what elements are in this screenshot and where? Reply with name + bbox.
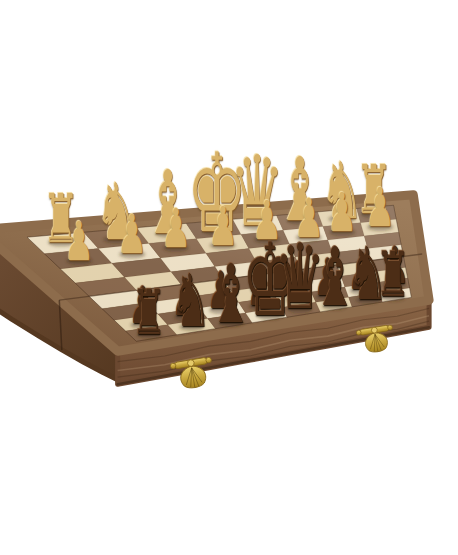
- piece-shadow: [382, 281, 407, 289]
- piece-shadow: [204, 228, 231, 236]
- piece-shadow: [174, 313, 199, 321]
- piece-shadow: [296, 234, 322, 242]
- piece-shadow: [355, 296, 380, 304]
- piece-shadow: [48, 239, 75, 247]
- piece-shadow: [349, 287, 374, 295]
- piece-shadow: [137, 331, 162, 339]
- piece-shadow: [244, 222, 271, 230]
- piece-shadow: [209, 306, 234, 314]
- piece-shadow: [130, 321, 155, 329]
- piece-shadow: [219, 319, 244, 327]
- piece-shadow: [119, 250, 145, 258]
- piece-shadow: [209, 242, 235, 250]
- piece-shadow: [257, 312, 282, 320]
- piece-shadow: [328, 215, 355, 223]
- piece-shadow: [66, 257, 92, 265]
- piece-shadow: [315, 293, 340, 301]
- piece-shadow: [361, 210, 388, 218]
- piece-shadow: [103, 236, 130, 244]
- piece-shadow: [179, 323, 204, 331]
- chess-board: [0, 0, 458, 555]
- piece-shadow: [322, 302, 347, 310]
- piece-shadow: [286, 296, 311, 304]
- piece-shadow: [287, 217, 314, 225]
- piece-shadow: [367, 223, 393, 231]
- piece-shadow: [155, 230, 182, 238]
- piece-shadow: [287, 305, 312, 313]
- piece-shadow: [329, 228, 355, 236]
- piece-shadow: [163, 244, 189, 252]
- piece-shadow: [254, 236, 280, 244]
- chess-set-photo: ♜♞♝♚♛♝♞♜♟♟♟♟♟♟♟♟♟♟♟♟♟♟♟♟♜♞♝♚♛♝♞♜: [0, 0, 458, 555]
- piece-shadow: [248, 303, 273, 311]
- piece-shadow: [381, 293, 406, 301]
